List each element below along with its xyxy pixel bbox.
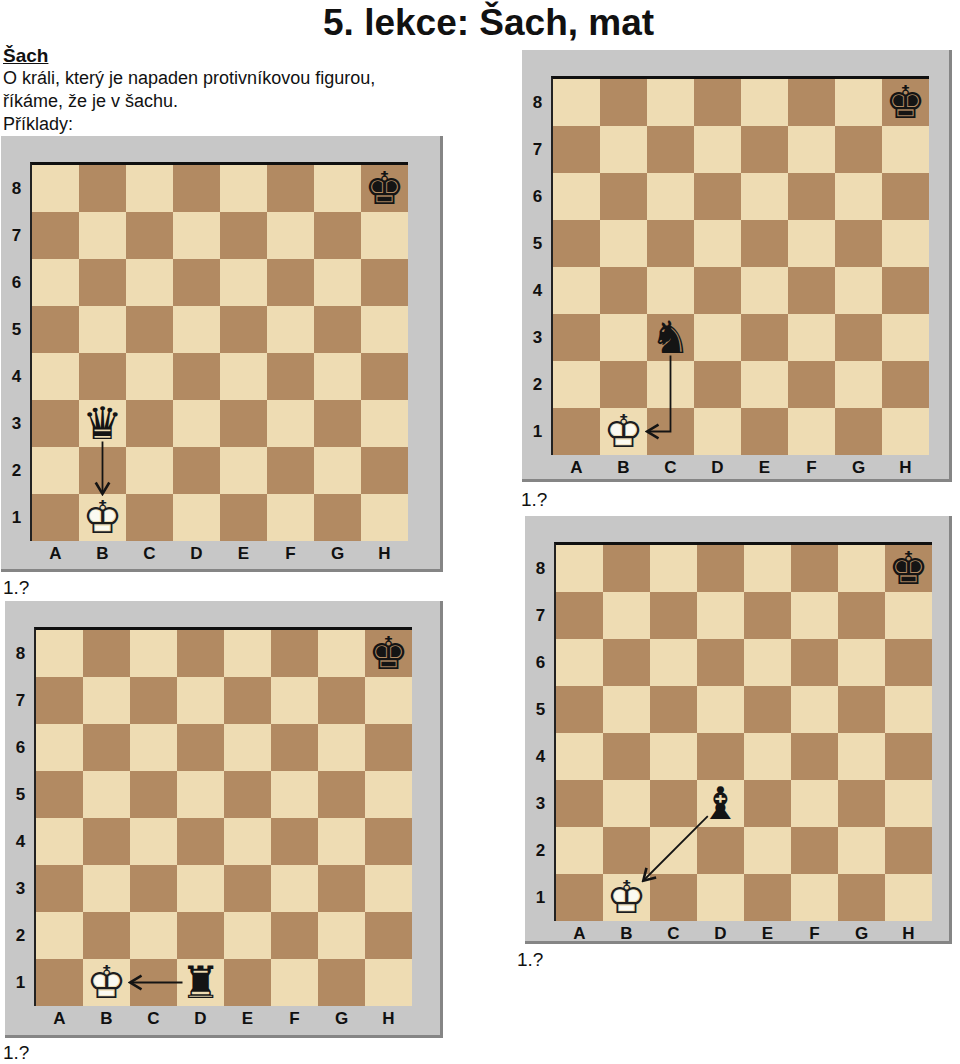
square-c7: [130, 677, 177, 724]
square-d7: [694, 126, 741, 173]
square-h2: [361, 447, 408, 494]
square-g1: [318, 959, 365, 1006]
square-c1: [130, 959, 177, 1006]
intro-line-1: O králi, který je napaden protivníkovou …: [3, 67, 375, 90]
square-e4: [224, 818, 271, 865]
square-d2: [173, 447, 220, 494]
square-a4: [32, 353, 79, 400]
rank-label-3: 3: [524, 314, 551, 361]
square-c6: [130, 724, 177, 771]
square-g8: [318, 630, 365, 677]
square-a1: [553, 408, 600, 455]
square-h3: [361, 400, 408, 447]
square-g4: [314, 353, 361, 400]
square-e2: [224, 912, 271, 959]
file-label-e: E: [220, 541, 267, 567]
square-h4: [361, 353, 408, 400]
square-h5: [361, 306, 408, 353]
rank-labels: 87654321: [524, 79, 551, 455]
square-c5: [126, 306, 173, 353]
square-c7: [126, 212, 173, 259]
file-label-d: D: [694, 455, 741, 481]
square-h5: [365, 771, 412, 818]
board-body: 87654321♚♝♚♔: [527, 542, 949, 921]
square-c2: [650, 827, 697, 874]
chessboard-squares: ♚♚♔♜: [34, 627, 412, 1006]
white-king-b1: ♚♔: [79, 494, 126, 541]
square-h3: [365, 865, 412, 912]
file-label-g: G: [314, 541, 361, 567]
square-c8: [130, 630, 177, 677]
file-label-c: C: [126, 541, 173, 567]
square-b5: [603, 686, 650, 733]
square-g1: [835, 408, 882, 455]
square-g5: [314, 306, 361, 353]
rank-label-6: 6: [527, 639, 554, 686]
chessboard-squares: ♚♛♚♔: [30, 162, 408, 541]
square-d3: ♝: [697, 780, 744, 827]
square-d8: [173, 165, 220, 212]
squares-wrap: ♚♛♚♔: [30, 162, 408, 541]
file-label-e: E: [224, 1006, 271, 1032]
board-body: 87654321♚♚♔♜: [7, 627, 440, 1006]
rank-labels: 87654321: [7, 630, 34, 1006]
rank-label-2: 2: [3, 447, 30, 494]
square-a2: [32, 447, 79, 494]
square-d4: [697, 733, 744, 780]
square-h1: [365, 959, 412, 1006]
square-e8: [220, 165, 267, 212]
file-label-h: H: [885, 921, 932, 947]
square-d8: [694, 79, 741, 126]
square-b1: ♚♔: [83, 959, 130, 1006]
square-b7: [83, 677, 130, 724]
black-king-h8: ♚: [365, 630, 412, 677]
square-a7: [556, 592, 603, 639]
square-e3: [220, 400, 267, 447]
rank-label-5: 5: [7, 771, 34, 818]
rank-label-5: 5: [524, 220, 551, 267]
rank-label-7: 7: [524, 126, 551, 173]
move-prompt-4: 1.?: [517, 949, 543, 971]
square-f5: [271, 771, 318, 818]
square-g2: [835, 361, 882, 408]
square-d4: [177, 818, 224, 865]
square-a3: [32, 400, 79, 447]
move-prompt-1: 1.?: [3, 577, 29, 599]
file-label-f: F: [791, 921, 838, 947]
file-label-h: H: [882, 455, 929, 481]
square-e5: [744, 686, 791, 733]
square-c2: [130, 912, 177, 959]
rank-label-3: 3: [3, 400, 30, 447]
file-label-f: F: [788, 455, 835, 481]
square-g2: [314, 447, 361, 494]
square-e2: [744, 827, 791, 874]
rank-label-3: 3: [7, 865, 34, 912]
square-e7: [224, 677, 271, 724]
square-f3: [271, 865, 318, 912]
chessboard-queen-check: 87654321♚♛♚♔ABCDEFGH: [1, 136, 443, 572]
square-c2: [647, 361, 694, 408]
file-labels: ABCDEFGH: [36, 1006, 412, 1032]
white-king-b1: ♚♔: [83, 959, 130, 1006]
square-c1: [647, 408, 694, 455]
square-a6: [36, 724, 83, 771]
square-e3: [744, 780, 791, 827]
square-g8: [314, 165, 361, 212]
square-g6: [838, 639, 885, 686]
square-c3: ♞: [647, 314, 694, 361]
file-label-h: H: [365, 1006, 412, 1032]
square-b8: [603, 545, 650, 592]
square-b2: [600, 361, 647, 408]
square-b8: [83, 630, 130, 677]
square-c7: [647, 126, 694, 173]
square-f7: [271, 677, 318, 724]
square-b3: [83, 865, 130, 912]
rank-label-6: 6: [3, 259, 30, 306]
file-label-b: B: [83, 1006, 130, 1032]
squares-wrap: ♚♞♚♔: [551, 76, 929, 455]
square-f8: [788, 79, 835, 126]
move-prompt-2: 1.?: [521, 489, 547, 511]
square-g5: [835, 220, 882, 267]
black-rook-d1: ♜: [177, 959, 224, 1006]
square-e4: [741, 267, 788, 314]
square-c5: [650, 686, 697, 733]
chessboard-rook-check: 87654321♚♚♔♜ABCDEFGH: [5, 601, 443, 1038]
square-f4: [267, 353, 314, 400]
square-f2: [791, 827, 838, 874]
intro-line-2: říkáme, že je v šachu.: [3, 90, 375, 113]
square-f8: [267, 165, 314, 212]
file-label-c: C: [650, 921, 697, 947]
square-g2: [838, 827, 885, 874]
square-f6: [791, 639, 838, 686]
square-a2: [553, 361, 600, 408]
square-e5: [224, 771, 271, 818]
file-label-b: B: [79, 541, 126, 567]
square-c7: [650, 592, 697, 639]
file-label-d: D: [177, 1006, 224, 1032]
square-a8: [36, 630, 83, 677]
file-label-g: G: [318, 1006, 365, 1032]
lesson-page: 5. lekce: Šach, mat Šach O králi, který …: [0, 0, 960, 1064]
square-a6: [32, 259, 79, 306]
square-d7: [697, 592, 744, 639]
square-d5: [697, 686, 744, 733]
square-d8: [697, 545, 744, 592]
square-e7: [741, 126, 788, 173]
square-d3: [694, 314, 741, 361]
square-e6: [224, 724, 271, 771]
file-label-a: A: [36, 1006, 83, 1032]
square-d6: [177, 724, 224, 771]
square-e3: [741, 314, 788, 361]
square-f4: [788, 267, 835, 314]
square-d1: [697, 874, 744, 921]
square-a4: [556, 733, 603, 780]
square-b6: [79, 259, 126, 306]
square-c8: [650, 545, 697, 592]
square-b5: [79, 306, 126, 353]
file-labels: ABCDEFGH: [553, 455, 929, 481]
square-a7: [32, 212, 79, 259]
square-g6: [318, 724, 365, 771]
black-king-h8: ♚: [361, 165, 408, 212]
white-king-b1: ♚♔: [600, 408, 647, 455]
black-bishop-d3: ♝: [697, 780, 744, 827]
rank-label-8: 8: [3, 165, 30, 212]
move-prompt-3: 1.?: [3, 1042, 29, 1064]
square-e8: [744, 545, 791, 592]
file-label-b: B: [603, 921, 650, 947]
file-label-a: A: [556, 921, 603, 947]
square-f1: [788, 408, 835, 455]
square-a3: [556, 780, 603, 827]
rank-label-7: 7: [3, 212, 30, 259]
square-e5: [220, 306, 267, 353]
square-b4: [603, 733, 650, 780]
board-body: 87654321♚♞♚♔: [524, 76, 949, 455]
square-h4: [365, 818, 412, 865]
square-h5: [882, 220, 929, 267]
square-d1: [694, 408, 741, 455]
square-b4: [79, 353, 126, 400]
square-a2: [556, 827, 603, 874]
square-c4: [130, 818, 177, 865]
square-a2: [36, 912, 83, 959]
square-h3: [885, 780, 932, 827]
square-b4: [600, 267, 647, 314]
square-f3: [788, 314, 835, 361]
square-e1: [741, 408, 788, 455]
square-e8: [224, 630, 271, 677]
square-g1: [314, 494, 361, 541]
square-h6: [361, 259, 408, 306]
rank-label-8: 8: [527, 545, 554, 592]
square-c4: [650, 733, 697, 780]
square-d1: ♜: [177, 959, 224, 1006]
square-h6: [882, 173, 929, 220]
square-f4: [271, 818, 318, 865]
square-c3: [130, 865, 177, 912]
file-label-d: D: [697, 921, 744, 947]
rank-label-5: 5: [527, 686, 554, 733]
square-e6: [220, 259, 267, 306]
board-body: 87654321♚♛♚♔: [3, 162, 440, 541]
square-h1: [882, 408, 929, 455]
black-king-h8: ♚: [882, 79, 929, 126]
rank-label-2: 2: [7, 912, 34, 959]
square-h1: [885, 874, 932, 921]
square-h8: ♚: [365, 630, 412, 677]
square-b7: [600, 126, 647, 173]
square-e6: [741, 173, 788, 220]
square-f6: [271, 724, 318, 771]
rank-label-2: 2: [527, 827, 554, 874]
rank-label-5: 5: [3, 306, 30, 353]
file-label-g: G: [835, 455, 882, 481]
file-labels: ABCDEFGH: [556, 921, 932, 947]
square-c1: [650, 874, 697, 921]
square-f1: [791, 874, 838, 921]
square-g3: [314, 400, 361, 447]
square-g6: [314, 259, 361, 306]
square-a5: [32, 306, 79, 353]
square-a1: [36, 959, 83, 1006]
square-c8: [647, 79, 694, 126]
square-e3: [224, 865, 271, 912]
square-a4: [553, 267, 600, 314]
square-e1: [744, 874, 791, 921]
square-f2: [267, 447, 314, 494]
square-e1: [220, 494, 267, 541]
square-e2: [220, 447, 267, 494]
rank-label-6: 6: [7, 724, 34, 771]
rank-label-8: 8: [7, 630, 34, 677]
square-g4: [838, 733, 885, 780]
square-d2: [177, 912, 224, 959]
square-f7: [267, 212, 314, 259]
chessboard-squares: ♚♝♚♔: [554, 542, 932, 921]
square-h2: [885, 827, 932, 874]
square-c6: [126, 259, 173, 306]
square-e7: [744, 592, 791, 639]
square-b7: [79, 212, 126, 259]
square-c6: [647, 173, 694, 220]
square-h8: ♚: [885, 545, 932, 592]
file-label-g: G: [838, 921, 885, 947]
square-d4: [694, 267, 741, 314]
square-c5: [130, 771, 177, 818]
file-label-e: E: [741, 455, 788, 481]
square-h2: [882, 361, 929, 408]
rank-label-8: 8: [524, 79, 551, 126]
square-f7: [791, 592, 838, 639]
square-d2: [697, 827, 744, 874]
square-d3: [177, 865, 224, 912]
square-g7: [838, 592, 885, 639]
square-c5: [647, 220, 694, 267]
square-g5: [318, 771, 365, 818]
rank-label-7: 7: [7, 677, 34, 724]
file-label-d: D: [173, 541, 220, 567]
square-b8: [600, 79, 647, 126]
square-e4: [220, 353, 267, 400]
white-king-b1: ♚♔: [603, 874, 650, 921]
square-g2: [318, 912, 365, 959]
rank-label-4: 4: [527, 733, 554, 780]
square-h1: [361, 494, 408, 541]
file-label-f: F: [267, 541, 314, 567]
square-g5: [838, 686, 885, 733]
file-label-a: A: [553, 455, 600, 481]
square-f2: [788, 361, 835, 408]
square-a5: [36, 771, 83, 818]
square-a3: [36, 865, 83, 912]
file-label-f: F: [271, 1006, 318, 1032]
square-g6: [835, 173, 882, 220]
square-a6: [553, 173, 600, 220]
square-d7: [177, 677, 224, 724]
square-e6: [744, 639, 791, 686]
square-b2: [83, 912, 130, 959]
square-a6: [556, 639, 603, 686]
square-b1: ♚♔: [79, 494, 126, 541]
square-h7: [882, 126, 929, 173]
square-a4: [36, 818, 83, 865]
square-e5: [741, 220, 788, 267]
square-g8: [838, 545, 885, 592]
square-b5: [600, 220, 647, 267]
square-g7: [835, 126, 882, 173]
file-label-e: E: [744, 921, 791, 947]
square-b6: [600, 173, 647, 220]
square-f1: [271, 959, 318, 1006]
square-g3: [318, 865, 365, 912]
square-h7: [885, 592, 932, 639]
square-h8: ♚: [361, 165, 408, 212]
square-f6: [267, 259, 314, 306]
white-king-outline: ♔: [600, 408, 647, 455]
square-g7: [314, 212, 361, 259]
square-f5: [788, 220, 835, 267]
square-f5: [267, 306, 314, 353]
examples-label: Příklady:: [3, 113, 375, 136]
square-b6: [603, 639, 650, 686]
white-king-outline: ♔: [83, 959, 130, 1006]
square-h4: [882, 267, 929, 314]
square-c4: [647, 267, 694, 314]
square-c4: [126, 353, 173, 400]
square-a8: [553, 79, 600, 126]
square-g1: [838, 874, 885, 921]
square-a1: [32, 494, 79, 541]
square-h3: [882, 314, 929, 361]
rank-label-7: 7: [527, 592, 554, 639]
square-d3: [173, 400, 220, 447]
squares-wrap: ♚♝♚♔: [554, 542, 932, 921]
square-d6: [697, 639, 744, 686]
file-labels: ABCDEFGH: [32, 541, 408, 567]
file-label-h: H: [361, 541, 408, 567]
square-g4: [835, 267, 882, 314]
square-g8: [835, 79, 882, 126]
black-queen-b3: ♛: [79, 400, 126, 447]
square-g3: [838, 780, 885, 827]
square-d5: [173, 306, 220, 353]
rank-labels: 87654321: [3, 165, 30, 541]
square-f8: [791, 545, 838, 592]
square-d6: [173, 259, 220, 306]
rank-label-1: 1: [524, 408, 551, 455]
square-e4: [744, 733, 791, 780]
section-heading: Šach: [3, 44, 375, 67]
rank-label-3: 3: [527, 780, 554, 827]
square-b3: [600, 314, 647, 361]
square-d2: [694, 361, 741, 408]
square-f3: [267, 400, 314, 447]
square-d1: [173, 494, 220, 541]
square-e2: [741, 361, 788, 408]
square-d7: [173, 212, 220, 259]
square-a7: [36, 677, 83, 724]
rank-label-4: 4: [3, 353, 30, 400]
square-e8: [741, 79, 788, 126]
rank-label-1: 1: [7, 959, 34, 1006]
